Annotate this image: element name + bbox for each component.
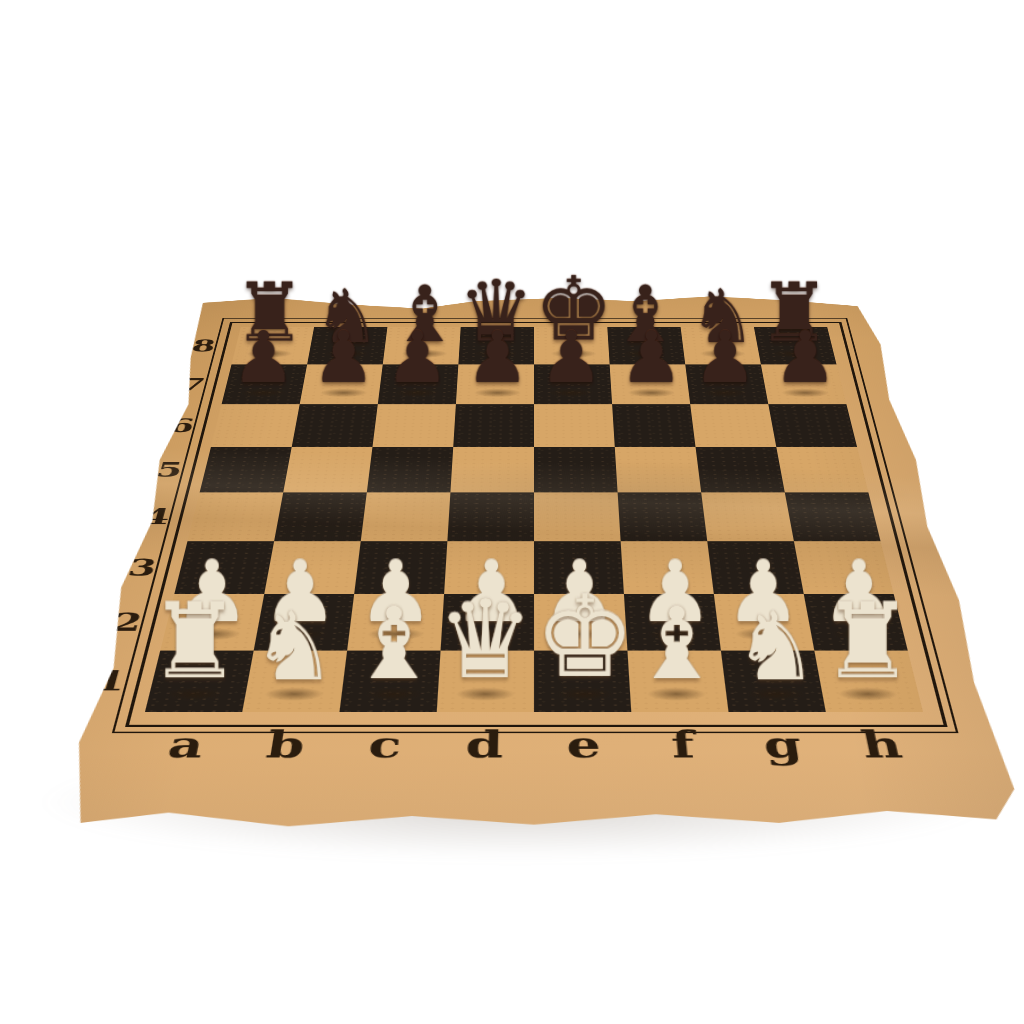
scene: 87654321 abcdefgh ♜♞♝♛♚♝♞♜♟♟♟♟♟♟♟♟♟♟♟♟♟♟… <box>0 0 1024 1024</box>
square-b6[interactable] <box>292 404 378 447</box>
square-b5[interactable] <box>283 447 372 493</box>
square-e5[interactable] <box>534 447 618 493</box>
rank-label-4: 4 <box>140 506 173 528</box>
square-d6[interactable] <box>453 404 534 447</box>
file-label-g: g <box>761 727 804 763</box>
file-label-c: c <box>367 727 403 763</box>
square-c4[interactable] <box>361 492 451 541</box>
piece-white-bishop-f1[interactable]: ♝ <box>614 590 738 695</box>
square-h6[interactable] <box>768 404 857 447</box>
square-d5[interactable] <box>450 447 534 493</box>
square-c6[interactable] <box>372 404 455 447</box>
file-labels: abcdefgh <box>130 719 938 771</box>
photo-background: 87654321 abcdefgh ♜♞♝♛♚♝♞♜♟♟♟♟♟♟♟♟♟♟♟♟♟♟… <box>0 0 1024 1024</box>
square-a4[interactable] <box>187 492 283 541</box>
square-g5[interactable] <box>696 447 785 493</box>
piece-black-pawn-h7[interactable]: ♟ <box>755 318 855 393</box>
square-a5[interactable] <box>200 447 292 493</box>
square-f5[interactable] <box>615 447 701 493</box>
square-f6[interactable] <box>612 404 695 447</box>
square-a6[interactable] <box>211 404 300 447</box>
square-b4[interactable] <box>274 492 367 541</box>
square-f4[interactable] <box>618 492 708 541</box>
square-e6[interactable] <box>534 404 615 447</box>
file-label-e: e <box>566 727 601 763</box>
square-h4[interactable] <box>785 492 881 541</box>
rank-label-1: 1 <box>92 667 129 694</box>
square-h5[interactable] <box>776 447 868 493</box>
square-d4[interactable] <box>447 492 534 541</box>
rank-label-6: 6 <box>167 416 197 435</box>
rank-label-7: 7 <box>179 375 208 393</box>
square-g6[interactable] <box>690 404 776 447</box>
square-e4[interactable] <box>534 492 621 541</box>
file-label-b: b <box>264 727 307 763</box>
square-c5[interactable] <box>367 447 453 493</box>
file-label-f: f <box>670 727 696 763</box>
file-label-a: a <box>165 727 208 763</box>
piece-white-bishop-c1[interactable]: ♝ <box>331 590 455 695</box>
file-label-d: d <box>465 727 504 763</box>
rank-label-5: 5 <box>154 459 185 479</box>
square-g4[interactable] <box>701 492 794 541</box>
file-label-h: h <box>858 727 905 763</box>
